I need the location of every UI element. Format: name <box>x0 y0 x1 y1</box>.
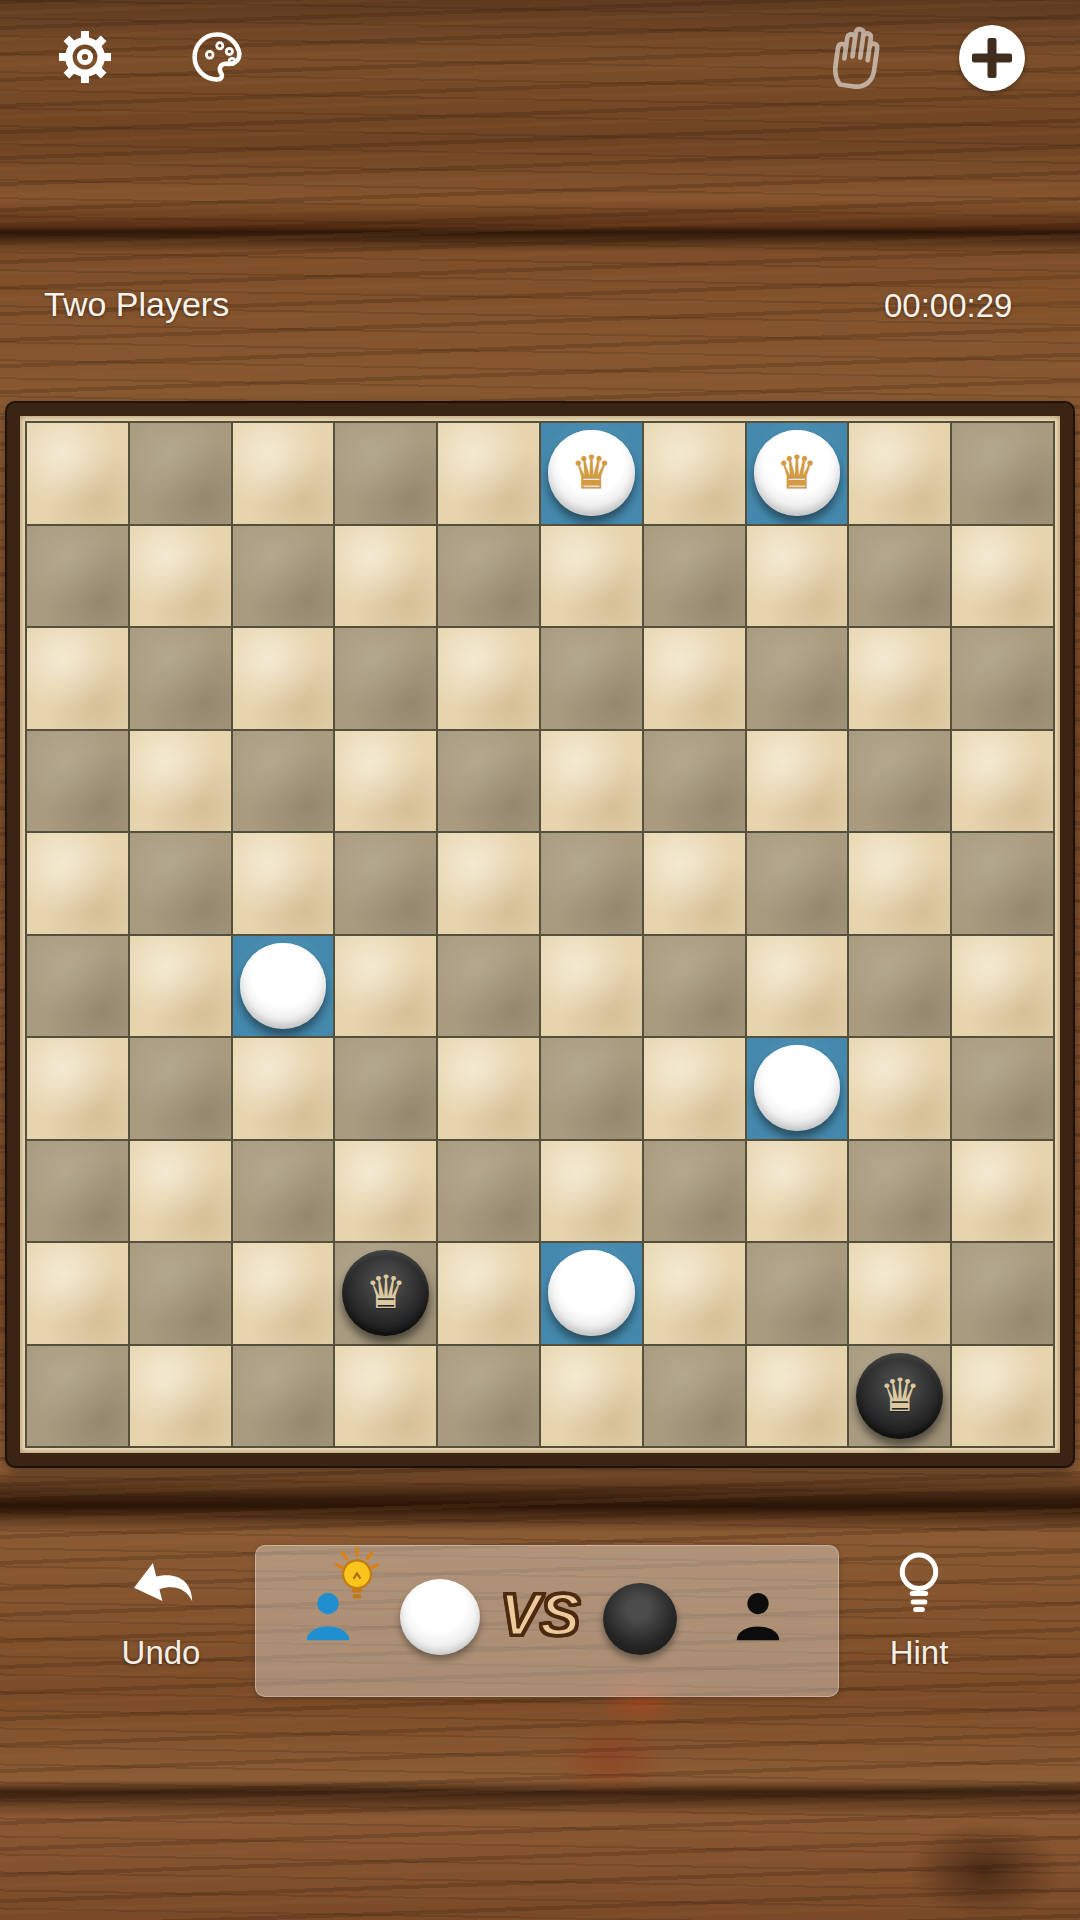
board-square-r9c4[interactable] <box>438 1346 539 1447</box>
board-square-r1c0[interactable] <box>27 526 128 627</box>
board-square-r6c9[interactable] <box>952 1038 1053 1139</box>
board-square-r1c9[interactable] <box>952 526 1053 627</box>
white-man-piece[interactable] <box>548 1250 635 1336</box>
board-square-r9c7[interactable] <box>747 1346 848 1447</box>
pause-hand-button[interactable] <box>831 20 887 90</box>
undo-label: Undo <box>122 1634 201 1672</box>
game-mode-label: Two Players <box>44 285 229 324</box>
board-square-r5c6[interactable] <box>644 936 745 1037</box>
board-square-r9c1[interactable] <box>130 1346 231 1447</box>
board-square-r2c0[interactable] <box>27 628 128 729</box>
white-man-piece[interactable] <box>754 1045 841 1131</box>
board-square-r1c2[interactable] <box>233 526 334 627</box>
board-square-r4c5[interactable] <box>541 833 642 934</box>
white-man-piece[interactable] <box>240 943 327 1029</box>
board-square-r1c3[interactable] <box>335 526 436 627</box>
hint-label: Hint <box>890 1634 949 1672</box>
board-square-r5c5[interactable] <box>541 936 642 1037</box>
board-square-r5c1[interactable] <box>130 936 231 1037</box>
vs-label: VS <box>495 1575 585 1655</box>
board-square-r0c2[interactable] <box>233 423 334 524</box>
black-king-piece[interactable]: ♛ <box>856 1353 943 1439</box>
white-king-piece[interactable]: ♛ <box>548 430 635 516</box>
black-king-piece[interactable]: ♛ <box>342 1250 429 1336</box>
board-square-r0c9[interactable] <box>952 423 1053 524</box>
hint-bulb-icon <box>893 1550 945 1622</box>
right-player-icon <box>727 1590 789 1652</box>
board-square-r4c4[interactable] <box>438 833 539 934</box>
king-crown-icon: ♛ <box>776 449 817 495</box>
board-square-r6c3[interactable] <box>335 1038 436 1139</box>
board-square-r1c4[interactable] <box>438 526 539 627</box>
board-square-r8c5[interactable] <box>541 1243 642 1344</box>
board-square-r9c0[interactable] <box>27 1346 128 1447</box>
board-square-r0c6[interactable] <box>644 423 745 524</box>
board-square-r4c1[interactable] <box>130 833 231 934</box>
board-square-r8c3[interactable]: ♛ <box>335 1243 436 1344</box>
settings-button[interactable] <box>54 26 116 88</box>
board-square-r8c0[interactable] <box>27 1243 128 1344</box>
hand-icon <box>831 20 887 90</box>
board-square-r4c6[interactable] <box>644 833 745 934</box>
new-game-button[interactable] <box>959 25 1025 91</box>
board-square-r3c5[interactable] <box>541 731 642 832</box>
theme-button[interactable] <box>189 29 245 85</box>
board-square-r4c0[interactable] <box>27 833 128 934</box>
board-square-r1c5[interactable] <box>541 526 642 627</box>
board-square-r4c8[interactable] <box>849 833 950 934</box>
board-square-r2c4[interactable] <box>438 628 539 729</box>
board-square-r7c5[interactable] <box>541 1141 642 1242</box>
board-square-r7c3[interactable] <box>335 1141 436 1242</box>
palette-icon <box>189 29 245 85</box>
board-square-r7c9[interactable] <box>952 1141 1053 1242</box>
board-square-r7c0[interactable] <box>27 1141 128 1242</box>
board-square-r9c6[interactable] <box>644 1346 745 1447</box>
white-player-piece <box>400 1579 480 1655</box>
undo-button[interactable]: Undo <box>94 1556 228 1672</box>
board-square-r9c2[interactable] <box>233 1346 334 1447</box>
white-king-piece[interactable]: ♛ <box>754 430 841 516</box>
board-square-r7c2[interactable] <box>233 1141 334 1242</box>
board-square-r4c2[interactable] <box>233 833 334 934</box>
board-square-r3c7[interactable] <box>747 731 848 832</box>
gear-icon <box>54 26 116 88</box>
board-square-r6c8[interactable] <box>849 1038 950 1139</box>
board-square-r5c2[interactable] <box>233 936 334 1037</box>
board-square-r1c7[interactable] <box>747 526 848 627</box>
board-square-r0c3[interactable] <box>335 423 436 524</box>
board-square-r2c5[interactable] <box>541 628 642 729</box>
board-square-r8c6[interactable] <box>644 1243 745 1344</box>
board-square-r3c9[interactable] <box>952 731 1053 832</box>
board-square-r8c2[interactable] <box>233 1243 334 1344</box>
game-timer: 00:00:29 <box>884 287 1012 325</box>
black-player-piece <box>603 1583 677 1655</box>
board-square-r7c8[interactable] <box>849 1141 950 1242</box>
board-square-r2c7[interactable] <box>747 628 848 729</box>
board-square-r8c9[interactable] <box>952 1243 1053 1344</box>
board-square-r1c1[interactable] <box>130 526 231 627</box>
board-square-r4c3[interactable] <box>335 833 436 934</box>
board-square-r2c3[interactable] <box>335 628 436 729</box>
board-square-r5c0[interactable] <box>27 936 128 1037</box>
board-square-r7c4[interactable] <box>438 1141 539 1242</box>
undo-arrow-icon <box>126 1556 196 1612</box>
board-square-r3c8[interactable] <box>849 731 950 832</box>
board-square-r5c4[interactable] <box>438 936 539 1037</box>
board-square-r8c1[interactable] <box>130 1243 231 1344</box>
board-square-r3c0[interactable] <box>27 731 128 832</box>
board-square-r6c7[interactable] <box>747 1038 848 1139</box>
board-square-r6c1[interactable] <box>130 1038 231 1139</box>
board-square-r3c6[interactable] <box>644 731 745 832</box>
board-square-r9c8[interactable]: ♛ <box>849 1346 950 1447</box>
board-square-r7c6[interactable] <box>644 1141 745 1242</box>
board-square-r6c4[interactable] <box>438 1038 539 1139</box>
board-square-r0c7[interactable]: ♛ <box>747 423 848 524</box>
board-square-r5c7[interactable] <box>747 936 848 1037</box>
board-square-r3c4[interactable] <box>438 731 539 832</box>
board-square-r7c1[interactable] <box>130 1141 231 1242</box>
board-grid: ♛♛♛♛ <box>25 421 1055 1448</box>
board-square-r0c0[interactable] <box>27 423 128 524</box>
board-square-r2c9[interactable] <box>952 628 1053 729</box>
king-crown-icon: ♛ <box>571 449 612 495</box>
board-square-r0c5[interactable]: ♛ <box>541 423 642 524</box>
board-square-r0c1[interactable] <box>130 423 231 524</box>
checkers-board: ♛♛♛♛ <box>7 403 1073 1466</box>
board-square-r4c9[interactable] <box>952 833 1053 934</box>
board-square-r8c7[interactable] <box>747 1243 848 1344</box>
board-square-r3c2[interactable] <box>233 731 334 832</box>
checkers-app-screen: { "game": "checkers", "variant": "intern… <box>0 0 1080 1920</box>
board-square-r3c3[interactable] <box>335 731 436 832</box>
hint-button[interactable]: Hint <box>852 1550 986 1672</box>
king-crown-icon: ♛ <box>879 1372 920 1418</box>
board-square-r0c8[interactable] <box>849 423 950 524</box>
board-square-r0c4[interactable] <box>438 423 539 524</box>
board-square-r2c2[interactable] <box>233 628 334 729</box>
board-square-r6c5[interactable] <box>541 1038 642 1139</box>
players-panel: VS <box>255 1545 839 1697</box>
board-square-r2c8[interactable] <box>849 628 950 729</box>
turn-indicator-bulb-icon <box>331 1545 383 1611</box>
board-square-r5c9[interactable] <box>952 936 1053 1037</box>
board-square-r1c6[interactable] <box>644 526 745 627</box>
king-crown-icon: ♛ <box>365 1269 406 1315</box>
board-square-r9c5[interactable] <box>541 1346 642 1447</box>
board-square-r9c9[interactable] <box>952 1346 1053 1447</box>
board-square-r4c7[interactable] <box>747 833 848 934</box>
board-square-r3c1[interactable] <box>130 731 231 832</box>
board-square-r5c8[interactable] <box>849 936 950 1037</box>
board-square-r6c0[interactable] <box>27 1038 128 1139</box>
board-square-r9c3[interactable] <box>335 1346 436 1447</box>
board-square-r8c4[interactable] <box>438 1243 539 1344</box>
board-square-r5c3[interactable] <box>335 936 436 1037</box>
board-square-r6c6[interactable] <box>644 1038 745 1139</box>
board-square-r7c7[interactable] <box>747 1141 848 1242</box>
board-square-r2c6[interactable] <box>644 628 745 729</box>
board-square-r8c8[interactable] <box>849 1243 950 1344</box>
board-square-r6c2[interactable] <box>233 1038 334 1139</box>
lightbulb-emoji-icon <box>331 1545 383 1607</box>
board-square-r1c8[interactable] <box>849 526 950 627</box>
black-person-icon <box>727 1590 789 1648</box>
board-square-r2c1[interactable] <box>130 628 231 729</box>
